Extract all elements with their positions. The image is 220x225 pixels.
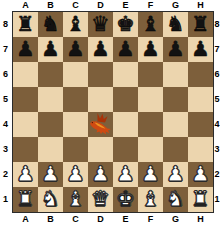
piece-white-queen-d1[interactable]: ♛ bbox=[88, 187, 113, 212]
square-g8[interactable]: ♞ bbox=[163, 12, 188, 37]
square-h6[interactable] bbox=[188, 62, 213, 87]
square-c2[interactable]: ♟ bbox=[63, 162, 88, 187]
file-label-bottom-e: E bbox=[113, 213, 138, 225]
piece-black-bishop-f8[interactable]: ♝ bbox=[138, 12, 163, 37]
piece-white-knight-b1[interactable]: ♞ bbox=[38, 187, 63, 212]
square-f4[interactable] bbox=[138, 112, 163, 137]
piece-black-pawn-f7[interactable]: ♟ bbox=[138, 37, 163, 62]
piece-white-rook-h1[interactable]: ♜ bbox=[188, 187, 213, 212]
chess-app: ABCDEFGH 87654321 87654321 ABCDEFGH ♜♞♝♛… bbox=[0, 0, 220, 225]
square-h3[interactable] bbox=[188, 137, 213, 162]
rank-label-left-7: 7 bbox=[0, 37, 11, 62]
piece-black-pawn-b7[interactable]: ♟ bbox=[38, 37, 63, 62]
piece-white-pawn-g2[interactable]: ♟ bbox=[163, 162, 188, 187]
piece-white-knight-g1[interactable]: ♞ bbox=[163, 187, 188, 212]
chess-board: ♜♞♝♛♚♝♞♜♟♟♟♟♟♟♟♟♟♟♟♟♟♟♟♟♜♞♝♛♚♝♞♜ bbox=[12, 11, 214, 213]
piece-black-pawn-c7[interactable]: ♟ bbox=[63, 37, 88, 62]
file-label-bottom-a: A bbox=[13, 213, 38, 225]
file-label-bottom-f: F bbox=[138, 213, 163, 225]
square-d4[interactable] bbox=[88, 112, 113, 137]
square-g1[interactable]: ♞ bbox=[163, 187, 188, 212]
file-label-bottom-d: D bbox=[88, 213, 113, 225]
square-d7[interactable]: ♟ bbox=[88, 37, 113, 62]
square-h4[interactable] bbox=[188, 112, 213, 137]
rank-label-left-1: 1 bbox=[0, 187, 11, 212]
square-h2[interactable]: ♟ bbox=[188, 162, 213, 187]
square-a1[interactable]: ♜ bbox=[13, 187, 38, 212]
file-label-top-b: B bbox=[38, 0, 63, 10]
square-a7[interactable]: ♟ bbox=[13, 37, 38, 62]
square-g2[interactable]: ♟ bbox=[163, 162, 188, 187]
file-label-top-e: E bbox=[113, 0, 138, 10]
piece-black-queen-d8[interactable]: ♛ bbox=[88, 12, 113, 37]
file-label-top-a: A bbox=[13, 0, 38, 10]
square-c3[interactable] bbox=[63, 137, 88, 162]
piece-black-pawn-e7[interactable]: ♟ bbox=[113, 37, 138, 62]
square-g5[interactable] bbox=[163, 87, 188, 112]
square-b1[interactable]: ♞ bbox=[38, 187, 63, 212]
piece-black-bishop-c8[interactable]: ♝ bbox=[63, 12, 88, 37]
piece-white-rook-a1[interactable]: ♜ bbox=[13, 187, 38, 212]
piece-black-rook-h8[interactable]: ♜ bbox=[188, 12, 213, 37]
square-h7[interactable]: ♟ bbox=[188, 37, 213, 62]
piece-white-pawn-h2[interactable]: ♟ bbox=[188, 162, 213, 187]
square-g6[interactable] bbox=[163, 62, 188, 87]
square-f2[interactable]: ♟ bbox=[138, 162, 163, 187]
square-e7[interactable]: ♟ bbox=[113, 37, 138, 62]
square-g3[interactable] bbox=[163, 137, 188, 162]
piece-white-pawn-a2[interactable]: ♟ bbox=[13, 162, 38, 187]
square-h8[interactable]: ♜ bbox=[188, 12, 213, 37]
square-e4[interactable] bbox=[113, 112, 138, 137]
piece-black-pawn-h7[interactable]: ♟ bbox=[188, 37, 213, 62]
square-d8[interactable]: ♛ bbox=[88, 12, 113, 37]
rank-label-right-4: 4 bbox=[214, 112, 220, 137]
square-g7[interactable]: ♟ bbox=[163, 37, 188, 62]
square-d5[interactable] bbox=[88, 87, 113, 112]
square-f3[interactable] bbox=[138, 137, 163, 162]
red-dragon-icon[interactable] bbox=[88, 112, 113, 137]
rank-label-right-5: 5 bbox=[214, 87, 220, 112]
file-label-top-f: F bbox=[138, 0, 163, 10]
piece-white-pawn-d2[interactable]: ♟ bbox=[88, 162, 113, 187]
square-a4[interactable] bbox=[13, 112, 38, 137]
square-d6[interactable] bbox=[88, 62, 113, 87]
piece-black-pawn-g7[interactable]: ♟ bbox=[163, 37, 188, 62]
piece-black-knight-b8[interactable]: ♞ bbox=[38, 12, 63, 37]
piece-black-knight-g8[interactable]: ♞ bbox=[163, 12, 188, 37]
square-a2[interactable]: ♟ bbox=[13, 162, 38, 187]
rank-label-right-6: 6 bbox=[214, 62, 220, 87]
square-b8[interactable]: ♞ bbox=[38, 12, 63, 37]
square-f6[interactable] bbox=[138, 62, 163, 87]
file-label-bottom-b: B bbox=[38, 213, 63, 225]
file-label-bottom-h: H bbox=[188, 213, 213, 225]
square-a3[interactable] bbox=[13, 137, 38, 162]
rank-label-right-1: 1 bbox=[214, 187, 220, 212]
piece-black-pawn-a7[interactable]: ♟ bbox=[13, 37, 38, 62]
square-b4[interactable] bbox=[38, 112, 63, 137]
square-e1[interactable]: ♚ bbox=[113, 187, 138, 212]
square-e6[interactable] bbox=[113, 62, 138, 87]
piece-white-bishop-f1[interactable]: ♝ bbox=[138, 187, 163, 212]
piece-white-pawn-f2[interactable]: ♟ bbox=[138, 162, 163, 187]
square-d1[interactable]: ♛ bbox=[88, 187, 113, 212]
piece-white-bishop-c1[interactable]: ♝ bbox=[63, 187, 88, 212]
file-label-bottom-c: C bbox=[63, 213, 88, 225]
piece-black-pawn-d7[interactable]: ♟ bbox=[88, 37, 113, 62]
square-b6[interactable] bbox=[38, 62, 63, 87]
file-label-top-g: G bbox=[163, 0, 188, 10]
rank-label-right-7: 7 bbox=[214, 37, 220, 62]
square-h1[interactable]: ♜ bbox=[188, 187, 213, 212]
file-label-bottom-g: G bbox=[163, 213, 188, 225]
file-label-top-h: H bbox=[188, 0, 213, 10]
rank-label-right-8: 8 bbox=[214, 12, 220, 37]
rank-label-right-3: 3 bbox=[214, 137, 220, 162]
piece-black-rook-a8[interactable]: ♜ bbox=[13, 12, 38, 37]
rank-label-right-2: 2 bbox=[214, 162, 220, 187]
square-f7[interactable]: ♟ bbox=[138, 37, 163, 62]
piece-black-king-e8[interactable]: ♚ bbox=[113, 12, 138, 37]
square-b2[interactable]: ♟ bbox=[38, 162, 63, 187]
square-c8[interactable]: ♝ bbox=[63, 12, 88, 37]
square-g4[interactable] bbox=[163, 112, 188, 137]
square-e8[interactable]: ♚ bbox=[113, 12, 138, 37]
square-d3[interactable] bbox=[88, 137, 113, 162]
square-c5[interactable] bbox=[63, 87, 88, 112]
rank-label-left-8: 8 bbox=[0, 12, 11, 37]
square-c1[interactable]: ♝ bbox=[63, 187, 88, 212]
square-e2[interactable]: ♟ bbox=[113, 162, 138, 187]
file-label-top-d: D bbox=[88, 0, 113, 10]
square-c4[interactable] bbox=[63, 112, 88, 137]
piece-white-pawn-e2[interactable]: ♟ bbox=[113, 162, 138, 187]
square-c6[interactable] bbox=[63, 62, 88, 87]
square-a5[interactable] bbox=[13, 87, 38, 112]
square-h5[interactable] bbox=[188, 87, 213, 112]
square-f1[interactable]: ♝ bbox=[138, 187, 163, 212]
square-e3[interactable] bbox=[113, 137, 138, 162]
rank-label-left-2: 2 bbox=[0, 162, 11, 187]
rank-label-left-3: 3 bbox=[0, 137, 11, 162]
rank-label-left-4: 4 bbox=[0, 112, 11, 137]
square-a6[interactable] bbox=[13, 62, 38, 87]
rank-label-left-5: 5 bbox=[0, 87, 11, 112]
square-b7[interactable]: ♟ bbox=[38, 37, 63, 62]
square-c7[interactable]: ♟ bbox=[63, 37, 88, 62]
rank-label-left-6: 6 bbox=[0, 62, 11, 87]
square-b3[interactable] bbox=[38, 137, 63, 162]
piece-white-pawn-c2[interactable]: ♟ bbox=[63, 162, 88, 187]
piece-white-pawn-b2[interactable]: ♟ bbox=[38, 162, 63, 187]
square-f8[interactable]: ♝ bbox=[138, 12, 163, 37]
file-label-top-c: C bbox=[63, 0, 88, 10]
square-b5[interactable] bbox=[38, 87, 63, 112]
square-a8[interactable]: ♜ bbox=[13, 12, 38, 37]
piece-white-king-e1[interactable]: ♚ bbox=[113, 187, 138, 212]
square-f5[interactable] bbox=[138, 87, 163, 112]
square-d2[interactable]: ♟ bbox=[88, 162, 113, 187]
square-e5[interactable] bbox=[113, 87, 138, 112]
